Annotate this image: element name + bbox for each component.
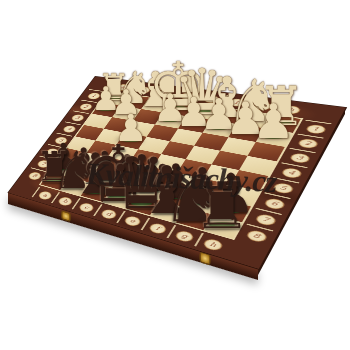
medallion-far-g: g — [253, 101, 274, 111]
medallion-left-8: 8 — [26, 171, 42, 181]
medallion-far-e: e — [202, 95, 221, 104]
medallion-right-8: 8 — [244, 229, 268, 244]
medallion-far-h: h — [281, 105, 303, 115]
medallion-left-5: 5 — [53, 136, 69, 145]
medallion-near-d: d — [100, 208, 119, 220]
medallion-far-d: d — [179, 91, 197, 100]
medallion-left-6: 6 — [44, 147, 60, 156]
medallion-far-c: c — [156, 89, 174, 97]
medallion-right-7: 7 — [254, 213, 278, 227]
medallion-far-a: a — [115, 83, 131, 91]
medallion-near-a: a — [37, 190, 54, 201]
scene: aa11bb22cc33dd44ee55ff66gg77hh88 ♜♞♝♚♛♝♞… — [0, 0, 350, 350]
medallion-near-b: b — [57, 196, 75, 207]
medallion-near-c: c — [77, 202, 95, 214]
medallion-far-f: f — [227, 98, 247, 107]
medallion-left-3: 3 — [70, 114, 86, 123]
medallion-right-4: 4 — [280, 167, 303, 179]
medallion-left-7: 7 — [35, 159, 51, 169]
medallion-near-h: h — [202, 237, 225, 252]
medallion-near-f: f — [148, 222, 169, 235]
medallion-right-3: 3 — [288, 152, 311, 164]
medallion-near-g: g — [174, 229, 196, 243]
medallion-near-e: e — [123, 215, 143, 228]
product-photo: aa11bb22cc33dd44ee55ff66gg77hh88 ♜♞♝♚♛♝♞… — [0, 0, 350, 350]
medallion-left-4: 4 — [61, 125, 77, 134]
medallion-left-1: 1 — [86, 92, 102, 100]
medallion-right-1: 1 — [304, 124, 327, 135]
medallion-right-2: 2 — [296, 138, 319, 149]
medallion-left-2: 2 — [78, 103, 94, 111]
medallion-far-b: b — [135, 86, 152, 94]
